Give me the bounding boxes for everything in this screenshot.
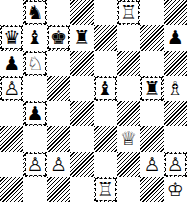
piece-black-pawn-icon[interactable]: ♟ bbox=[3, 54, 20, 73]
square-f3[interactable]: ♕ bbox=[117, 126, 140, 151]
dark-square-piece-patch: ♙ bbox=[25, 153, 46, 176]
square-f4[interactable] bbox=[117, 101, 140, 126]
square-c3[interactable] bbox=[47, 126, 70, 151]
dark-square-piece-patch: ♟ bbox=[25, 102, 46, 125]
piece-black-queen-icon[interactable]: ♛ bbox=[3, 28, 20, 47]
square-g3[interactable] bbox=[140, 126, 163, 151]
square-h6[interactable] bbox=[164, 51, 187, 76]
dark-square-piece-patch: ♙ bbox=[1, 77, 22, 100]
square-b5[interactable] bbox=[23, 76, 46, 101]
square-b7[interactable]: ♝ bbox=[23, 25, 46, 50]
dark-square-piece-patch: ♖ bbox=[118, 1, 139, 24]
square-g6[interactable] bbox=[140, 51, 163, 76]
dark-square-piece-patch: ♖ bbox=[95, 178, 116, 201]
square-c1[interactable] bbox=[47, 177, 70, 202]
piece-black-rook-icon[interactable]: ♜ bbox=[143, 79, 160, 98]
piece-white-pawn-icon[interactable]: ♙ bbox=[167, 155, 184, 174]
dark-square-piece-patch: ♞ bbox=[25, 1, 46, 24]
square-d2[interactable] bbox=[70, 152, 93, 177]
square-g8[interactable] bbox=[140, 0, 163, 25]
dark-square-piece-patch: ♘ bbox=[25, 52, 46, 75]
piece-black-bishop-icon[interactable]: ♝ bbox=[27, 28, 44, 47]
square-a5[interactable]: ♙ bbox=[0, 76, 23, 101]
square-a2[interactable] bbox=[0, 152, 23, 177]
dark-square-piece-patch: ♛ bbox=[1, 26, 22, 49]
square-b8[interactable]: ♞ bbox=[23, 0, 46, 25]
piece-white-knight-icon[interactable]: ♘ bbox=[27, 54, 44, 73]
square-b6[interactable]: ♘ bbox=[23, 51, 46, 76]
square-h5[interactable]: ♗ bbox=[164, 76, 187, 101]
square-h3[interactable] bbox=[164, 126, 187, 151]
square-d4[interactable] bbox=[70, 101, 93, 126]
square-a4[interactable] bbox=[0, 101, 23, 126]
piece-black-rook-icon[interactable]: ♜ bbox=[73, 28, 90, 47]
square-f2[interactable] bbox=[117, 152, 140, 177]
square-g4[interactable] bbox=[140, 101, 163, 126]
square-e1[interactable]: ♖ bbox=[94, 177, 117, 202]
square-e6[interactable] bbox=[94, 51, 117, 76]
piece-black-knight-icon[interactable]: ♞ bbox=[27, 3, 44, 22]
piece-white-queen-icon[interactable]: ♕ bbox=[120, 129, 137, 148]
square-d7[interactable]: ♜ bbox=[70, 25, 93, 50]
piece-white-pawn-icon[interactable]: ♙ bbox=[143, 155, 160, 174]
square-a6[interactable]: ♟ bbox=[0, 51, 23, 76]
square-a3[interactable] bbox=[0, 126, 23, 151]
square-b4[interactable]: ♟ bbox=[23, 101, 46, 126]
piece-black-pawn-icon[interactable]: ♟ bbox=[167, 28, 184, 47]
square-b3[interactable] bbox=[23, 126, 46, 151]
square-e8[interactable] bbox=[94, 0, 117, 25]
square-e3[interactable] bbox=[94, 126, 117, 151]
dark-square-piece-patch: ♙ bbox=[165, 153, 186, 176]
dark-square-piece-patch: ♚ bbox=[48, 26, 69, 49]
piece-black-pawn-icon[interactable]: ♟ bbox=[27, 104, 44, 123]
square-a1[interactable] bbox=[0, 177, 23, 202]
square-a7[interactable]: ♛ bbox=[0, 25, 23, 50]
square-f1[interactable] bbox=[117, 177, 140, 202]
piece-white-bishop-icon[interactable]: ♗ bbox=[167, 79, 184, 98]
square-c6[interactable] bbox=[47, 51, 70, 76]
square-d6[interactable] bbox=[70, 51, 93, 76]
square-g7[interactable] bbox=[140, 25, 163, 50]
piece-black-bishop-icon[interactable]: ♝ bbox=[97, 79, 114, 98]
square-f8[interactable]: ♖ bbox=[117, 0, 140, 25]
piece-white-rook-icon[interactable]: ♖ bbox=[97, 180, 114, 199]
square-b1[interactable] bbox=[23, 177, 46, 202]
piece-black-king-icon[interactable]: ♚ bbox=[50, 28, 67, 47]
square-c2[interactable]: ♙ bbox=[47, 152, 70, 177]
square-g1[interactable] bbox=[140, 177, 163, 202]
square-c7[interactable]: ♚ bbox=[47, 25, 70, 50]
piece-white-rook-icon[interactable]: ♖ bbox=[120, 3, 137, 22]
piece-white-pawn-icon[interactable]: ♙ bbox=[3, 79, 20, 98]
square-d3[interactable] bbox=[70, 126, 93, 151]
square-d8[interactable] bbox=[70, 0, 93, 25]
dark-square-piece-patch: ♝ bbox=[95, 77, 116, 100]
square-h4[interactable] bbox=[164, 101, 187, 126]
piece-white-pawn-icon[interactable]: ♙ bbox=[27, 155, 44, 174]
square-e7[interactable] bbox=[94, 25, 117, 50]
square-f7[interactable] bbox=[117, 25, 140, 50]
piece-white-king-icon[interactable]: ♔ bbox=[167, 180, 184, 199]
square-d1[interactable] bbox=[70, 177, 93, 202]
square-h1[interactable]: ♔ bbox=[164, 177, 187, 202]
square-e5[interactable]: ♝ bbox=[94, 76, 117, 101]
square-g2[interactable]: ♙ bbox=[140, 152, 163, 177]
square-f6[interactable] bbox=[117, 51, 140, 76]
square-b2[interactable]: ♙ bbox=[23, 152, 46, 177]
square-c5[interactable] bbox=[47, 76, 70, 101]
square-a8[interactable] bbox=[0, 0, 23, 25]
square-h2[interactable]: ♙ bbox=[164, 152, 187, 177]
square-h7[interactable]: ♟ bbox=[164, 25, 187, 50]
square-e2[interactable] bbox=[94, 152, 117, 177]
square-h8[interactable] bbox=[164, 0, 187, 25]
square-g5[interactable]: ♜ bbox=[140, 76, 163, 101]
square-c4[interactable] bbox=[47, 101, 70, 126]
dark-square-piece-patch: ♜ bbox=[141, 77, 162, 100]
square-e4[interactable] bbox=[94, 101, 117, 126]
piece-white-pawn-icon[interactable]: ♙ bbox=[50, 155, 67, 174]
square-c8[interactable] bbox=[47, 0, 70, 25]
square-d5[interactable] bbox=[70, 76, 93, 101]
chess-board: ♞♖♛♝♚♜♟♟♘♙♝♜♗♟♕♙♙♙♙♖♔ bbox=[0, 0, 187, 202]
square-f5[interactable] bbox=[117, 76, 140, 101]
